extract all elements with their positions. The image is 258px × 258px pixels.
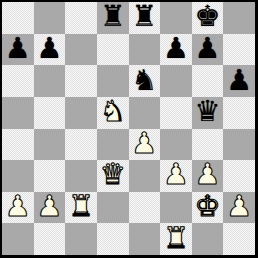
square-b6[interactable] bbox=[34, 65, 66, 97]
square-a6[interactable] bbox=[2, 65, 34, 97]
square-e2[interactable] bbox=[129, 192, 161, 224]
square-d6[interactable] bbox=[97, 65, 129, 97]
square-c5[interactable] bbox=[65, 97, 97, 129]
square-e7[interactable] bbox=[129, 34, 161, 66]
square-e1[interactable] bbox=[129, 223, 161, 255]
square-b8[interactable] bbox=[34, 2, 66, 34]
square-f3[interactable]: ♟ bbox=[160, 160, 192, 192]
piece-black-pawn: ♟ bbox=[195, 34, 221, 63]
square-c3[interactable] bbox=[65, 160, 97, 192]
square-f4[interactable] bbox=[160, 129, 192, 161]
piece-white-pawn: ♟ bbox=[5, 192, 31, 221]
square-d1[interactable] bbox=[97, 223, 129, 255]
square-a8[interactable] bbox=[2, 2, 34, 34]
square-h3[interactable] bbox=[223, 160, 255, 192]
piece-black-rook: ♜ bbox=[131, 2, 157, 31]
square-f8[interactable] bbox=[160, 2, 192, 34]
square-e4[interactable]: ♟ bbox=[129, 129, 161, 161]
piece-black-pawn: ♟ bbox=[5, 34, 31, 63]
square-a1[interactable] bbox=[2, 223, 34, 255]
square-g6[interactable] bbox=[192, 65, 224, 97]
square-h4[interactable] bbox=[223, 129, 255, 161]
piece-white-pawn: ♟ bbox=[163, 160, 189, 189]
square-c6[interactable] bbox=[65, 65, 97, 97]
square-f7[interactable]: ♟ bbox=[160, 34, 192, 66]
square-d7[interactable] bbox=[97, 34, 129, 66]
square-b5[interactable] bbox=[34, 97, 66, 129]
piece-black-pawn: ♟ bbox=[226, 66, 252, 95]
square-g5[interactable]: ♛ bbox=[192, 97, 224, 129]
piece-white-pawn: ♟ bbox=[226, 192, 252, 221]
square-c1[interactable] bbox=[65, 223, 97, 255]
square-b2[interactable]: ♟ bbox=[34, 192, 66, 224]
square-g3[interactable]: ♟ bbox=[192, 160, 224, 192]
square-d3[interactable]: ♛ bbox=[97, 160, 129, 192]
piece-white-pawn: ♟ bbox=[131, 129, 157, 158]
square-c7[interactable] bbox=[65, 34, 97, 66]
piece-black-knight: ♞ bbox=[131, 66, 157, 95]
square-e3[interactable] bbox=[129, 160, 161, 192]
square-a4[interactable] bbox=[2, 129, 34, 161]
piece-white-rook: ♜ bbox=[68, 192, 94, 221]
square-a7[interactable]: ♟ bbox=[2, 34, 34, 66]
square-b4[interactable] bbox=[34, 129, 66, 161]
piece-white-pawn: ♟ bbox=[195, 160, 221, 189]
square-c8[interactable] bbox=[65, 2, 97, 34]
square-b7[interactable]: ♟ bbox=[34, 34, 66, 66]
piece-white-king: ♚ bbox=[195, 192, 221, 221]
chess-board: ♜♜♚♟♟♟♟♞♟♞♛♟♛♟♟♟♟♜♚♟♜ bbox=[2, 2, 255, 255]
square-b1[interactable] bbox=[34, 223, 66, 255]
piece-white-queen: ♛ bbox=[100, 160, 126, 189]
piece-white-pawn: ♟ bbox=[36, 192, 62, 221]
piece-black-pawn: ♟ bbox=[36, 34, 62, 63]
square-c2[interactable]: ♜ bbox=[65, 192, 97, 224]
square-f2[interactable] bbox=[160, 192, 192, 224]
square-d8[interactable]: ♜ bbox=[97, 2, 129, 34]
square-f6[interactable] bbox=[160, 65, 192, 97]
square-d4[interactable] bbox=[97, 129, 129, 161]
board-frame: ♜♜♚♟♟♟♟♞♟♞♛♟♛♟♟♟♟♜♚♟♜ bbox=[0, 0, 258, 258]
square-f5[interactable] bbox=[160, 97, 192, 129]
square-h8[interactable] bbox=[223, 2, 255, 34]
square-g2[interactable]: ♚ bbox=[192, 192, 224, 224]
square-g8[interactable]: ♚ bbox=[192, 2, 224, 34]
square-h1[interactable] bbox=[223, 223, 255, 255]
square-f1[interactable]: ♜ bbox=[160, 223, 192, 255]
square-h6[interactable]: ♟ bbox=[223, 65, 255, 97]
square-g1[interactable] bbox=[192, 223, 224, 255]
piece-black-rook: ♜ bbox=[100, 2, 126, 31]
square-e5[interactable] bbox=[129, 97, 161, 129]
piece-black-pawn: ♟ bbox=[163, 34, 189, 63]
square-d5[interactable]: ♞ bbox=[97, 97, 129, 129]
square-g4[interactable] bbox=[192, 129, 224, 161]
square-a3[interactable] bbox=[2, 160, 34, 192]
square-b3[interactable] bbox=[34, 160, 66, 192]
piece-black-king: ♚ bbox=[195, 2, 221, 31]
square-a5[interactable] bbox=[2, 97, 34, 129]
piece-white-rook: ♜ bbox=[163, 224, 189, 253]
square-h2[interactable]: ♟ bbox=[223, 192, 255, 224]
square-h5[interactable] bbox=[223, 97, 255, 129]
square-a2[interactable]: ♟ bbox=[2, 192, 34, 224]
square-h7[interactable] bbox=[223, 34, 255, 66]
square-c4[interactable] bbox=[65, 129, 97, 161]
piece-black-queen: ♛ bbox=[195, 97, 221, 126]
square-e6[interactable]: ♞ bbox=[129, 65, 161, 97]
square-d2[interactable] bbox=[97, 192, 129, 224]
piece-white-knight: ♞ bbox=[100, 97, 126, 126]
square-g7[interactable]: ♟ bbox=[192, 34, 224, 66]
square-e8[interactable]: ♜ bbox=[129, 2, 161, 34]
